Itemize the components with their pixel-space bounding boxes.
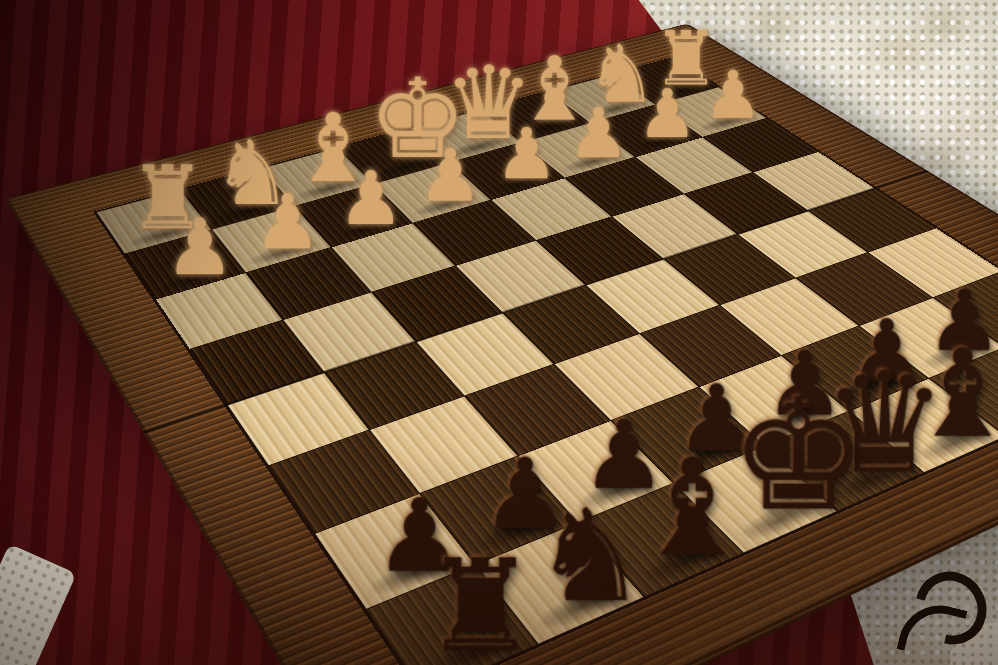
piece-black-knight[interactable]: ♞ <box>528 496 653 617</box>
piece-white-pawn[interactable]: ♟ <box>557 101 640 166</box>
board-frame: ♜♞♝♚♛♝♞♜♟♟♟♟♟♟♟♟♟♟♟♟♟♟♟♟♜♞♝♚♛♝♞♜ <box>5 24 998 665</box>
piece-white-pawn[interactable]: ♟ <box>153 210 247 284</box>
metal-clasp <box>902 563 998 665</box>
chess-board: ♜♞♝♚♛♝♞♜♟♟♟♟♟♟♟♟♟♟♟♟♟♟♟♟♜♞♝♚♛♝♞♜ <box>5 24 998 665</box>
board-grid: ♜♞♝♚♛♝♞♜♟♟♟♟♟♟♟♟♟♟♟♟♟♟♟♟♜♞♝♚♛♝♞♜ <box>97 58 998 665</box>
board-stage: ♜♞♝♚♛♝♞♜♟♟♟♟♟♟♟♟♟♟♟♟♟♟♟♟♜♞♝♚♛♝♞♜ <box>0 0 998 665</box>
square-h3[interactable] <box>156 273 282 349</box>
piece-white-pawn[interactable]: ♟ <box>242 186 334 258</box>
piece-white-pawn[interactable]: ♟ <box>484 121 569 188</box>
piece-white-pawn[interactable]: ♟ <box>327 163 416 233</box>
scene: ♜♞♝♚♛♝♞♜♟♟♟♟♟♟♟♟♟♟♟♟♟♟♟♟♜♞♝♚♛♝♞♜ <box>0 0 998 665</box>
piece-black-rook[interactable]: ♜ <box>415 546 544 665</box>
piece-white-pawn[interactable]: ♟ <box>407 141 494 210</box>
